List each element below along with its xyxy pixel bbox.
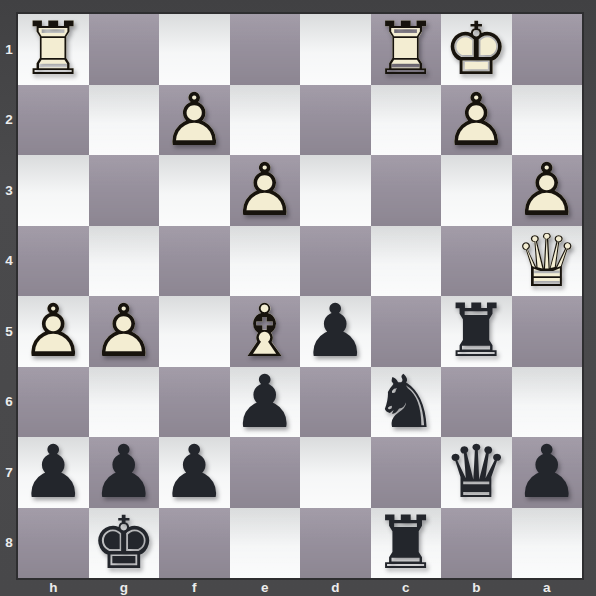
square-c6[interactable]: ♞ [371,367,442,438]
square-b2[interactable]: ♟♙ [441,85,512,156]
square-e1[interactable] [230,14,301,85]
white-pawn-outline-icon: ♙ [230,155,301,226]
piece-white-queen-a4[interactable]: ♛♕ [512,226,583,297]
square-b3[interactable] [441,155,512,226]
black-pawn-icon: ♟ [230,367,301,438]
square-d5[interactable]: ♟ [300,296,371,367]
square-a3[interactable]: ♟♙ [512,155,583,226]
square-h8[interactable] [18,508,89,579]
square-d3[interactable] [300,155,371,226]
file-labels: hgfedcba [18,578,582,596]
square-a7[interactable]: ♟ [512,437,583,508]
white-pawn-outline-icon: ♙ [89,296,160,367]
piece-white-rook-c1[interactable]: ♜♖ [371,14,442,85]
file-label-h: h [18,578,89,596]
black-pawn-icon: ♟ [89,437,160,508]
piece-black-pawn-g7[interactable]: ♟ [89,437,160,508]
square-a4[interactable]: ♛♕ [512,226,583,297]
rank-label-6: 6 [0,367,18,438]
square-d2[interactable] [300,85,371,156]
square-f6[interactable] [159,367,230,438]
piece-white-pawn-g5[interactable]: ♟♙ [89,296,160,367]
rank-label-2: 2 [0,85,18,156]
square-h6[interactable] [18,367,89,438]
file-label-b: b [441,578,512,596]
square-g2[interactable] [89,85,160,156]
square-h7[interactable]: ♟ [18,437,89,508]
square-e5[interactable]: ♝♗ [230,296,301,367]
white-pawn-outline-icon: ♙ [159,85,230,156]
file-label-a: a [512,578,583,596]
rank-labels: 12345678 [0,14,18,578]
square-e8[interactable] [230,508,301,579]
rank-label-5: 5 [0,296,18,367]
white-pawn-outline-icon: ♙ [441,85,512,156]
piece-black-rook-c8[interactable]: ♜ [371,508,442,579]
piece-white-pawn-b2[interactable]: ♟♙ [441,85,512,156]
black-rook-icon: ♜ [371,508,442,579]
piece-black-queen-b7[interactable]: ♛ [441,437,512,508]
square-h4[interactable] [18,226,89,297]
black-knight-icon: ♞ [371,367,442,438]
white-king-outline-icon: ♔ [441,14,512,85]
square-g8[interactable]: ♚ [89,508,160,579]
square-e3[interactable]: ♟♙ [230,155,301,226]
white-bishop-icon: ♝ [230,296,301,367]
square-c4[interactable] [371,226,442,297]
square-h3[interactable] [18,155,89,226]
square-c2[interactable] [371,85,442,156]
file-label-c: c [371,578,442,596]
white-rook-icon: ♜ [371,14,442,85]
square-g7[interactable]: ♟ [89,437,160,508]
square-f4[interactable] [159,226,230,297]
piece-black-pawn-a7[interactable]: ♟ [512,437,583,508]
square-e7[interactable] [230,437,301,508]
square-c8[interactable]: ♜ [371,508,442,579]
piece-white-bishop-e5[interactable]: ♝♗ [230,296,301,367]
piece-white-king-b1[interactable]: ♚♔ [441,14,512,85]
square-a2[interactable] [512,85,583,156]
square-a6[interactable] [512,367,583,438]
piece-black-king-g8[interactable]: ♚ [89,508,160,579]
white-pawn-icon: ♟ [512,155,583,226]
chess-board-screenshot: 12345678 hgfedcba ♜♖♜♖♚♔♟♙♟♙♟♙♟♙♛♕♟♙♟♙♝♗… [0,0,596,596]
square-b4[interactable] [441,226,512,297]
piece-black-pawn-d5[interactable]: ♟ [300,296,371,367]
white-pawn-icon: ♟ [18,296,89,367]
square-c1[interactable]: ♜♖ [371,14,442,85]
square-d8[interactable] [300,508,371,579]
file-label-f: f [159,578,230,596]
file-label-e: e [230,578,301,596]
white-rook-outline-icon: ♖ [18,14,89,85]
square-d4[interactable] [300,226,371,297]
rank-label-4: 4 [0,226,18,297]
piece-black-pawn-f7[interactable]: ♟ [159,437,230,508]
white-queen-outline-icon: ♕ [512,226,583,297]
square-a8[interactable] [512,508,583,579]
black-pawn-icon: ♟ [159,437,230,508]
square-c7[interactable] [371,437,442,508]
black-pawn-icon: ♟ [18,437,89,508]
square-e6[interactable]: ♟ [230,367,301,438]
chess-board[interactable]: ♜♖♜♖♚♔♟♙♟♙♟♙♟♙♛♕♟♙♟♙♝♗♟♜♟♞♟♟♟♛♟♚♜ [18,14,582,578]
white-king-icon: ♚ [441,14,512,85]
square-g4[interactable] [89,226,160,297]
file-label-d: d [300,578,371,596]
square-h2[interactable] [18,85,89,156]
white-pawn-outline-icon: ♙ [512,155,583,226]
file-label-g: g [89,578,160,596]
square-g5[interactable]: ♟♙ [89,296,160,367]
square-c5[interactable] [371,296,442,367]
square-f8[interactable] [159,508,230,579]
black-pawn-icon: ♟ [512,437,583,508]
piece-black-rook-b5[interactable]: ♜ [441,296,512,367]
rank-label-1: 1 [0,14,18,85]
white-pawn-icon: ♟ [441,85,512,156]
white-pawn-icon: ♟ [89,296,160,367]
square-b6[interactable] [441,367,512,438]
square-h5[interactable]: ♟♙ [18,296,89,367]
piece-white-pawn-f2[interactable]: ♟♙ [159,85,230,156]
square-g6[interactable] [89,367,160,438]
white-rook-outline-icon: ♖ [371,14,442,85]
square-f7[interactable]: ♟ [159,437,230,508]
square-f5[interactable] [159,296,230,367]
square-h1[interactable]: ♜♖ [18,14,89,85]
piece-black-knight-c6[interactable]: ♞ [371,367,442,438]
square-b7[interactable]: ♛ [441,437,512,508]
piece-black-pawn-h7[interactable]: ♟ [18,437,89,508]
square-b5[interactable]: ♜ [441,296,512,367]
square-d7[interactable] [300,437,371,508]
piece-white-pawn-a3[interactable]: ♟♙ [512,155,583,226]
piece-black-pawn-e6[interactable]: ♟ [230,367,301,438]
piece-white-pawn-e3[interactable]: ♟♙ [230,155,301,226]
black-queen-icon: ♛ [441,437,512,508]
square-a5[interactable] [512,296,583,367]
square-b1[interactable]: ♚♔ [441,14,512,85]
square-b8[interactable] [441,508,512,579]
piece-white-pawn-h5[interactable]: ♟♙ [18,296,89,367]
square-d6[interactable] [300,367,371,438]
square-e4[interactable] [230,226,301,297]
square-f2[interactable]: ♟♙ [159,85,230,156]
black-rook-icon: ♜ [441,296,512,367]
square-g1[interactable] [89,14,160,85]
square-d1[interactable] [300,14,371,85]
rank-label-8: 8 [0,508,18,579]
black-king-icon: ♚ [89,508,160,579]
white-queen-icon: ♛ [512,226,583,297]
square-a1[interactable] [512,14,583,85]
white-bishop-outline-icon: ♗ [230,296,301,367]
white-pawn-icon: ♟ [230,155,301,226]
rank-label-7: 7 [0,437,18,508]
white-pawn-outline-icon: ♙ [18,296,89,367]
white-pawn-icon: ♟ [159,85,230,156]
square-f3[interactable] [159,155,230,226]
square-g3[interactable] [89,155,160,226]
square-e2[interactable] [230,85,301,156]
piece-white-rook-h1[interactable]: ♜♖ [18,14,89,85]
square-c3[interactable] [371,155,442,226]
rank-label-3: 3 [0,155,18,226]
black-pawn-icon: ♟ [300,296,371,367]
square-f1[interactable] [159,14,230,85]
white-rook-icon: ♜ [18,14,89,85]
